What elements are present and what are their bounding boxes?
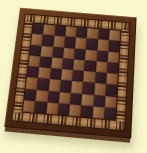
square-g4	[95, 72, 107, 84]
board-squares	[22, 22, 122, 121]
square-h2	[104, 96, 116, 109]
square-e3	[71, 81, 83, 93]
square-g3	[94, 83, 106, 95]
square-g1	[92, 106, 104, 119]
ornament-border	[11, 14, 130, 132]
square-h4	[106, 73, 118, 85]
square-e1	[69, 104, 82, 117]
square-h1	[104, 107, 116, 120]
square-e2	[70, 92, 82, 105]
board-frame	[4, 8, 136, 139]
photo-background	[0, 0, 147, 153]
square-f4	[83, 71, 95, 83]
square-e4	[72, 70, 84, 82]
square-h3	[105, 84, 117, 96]
square-f2	[81, 93, 93, 106]
square-g2	[93, 94, 105, 107]
square-f3	[82, 82, 94, 94]
chessboard	[4, 8, 136, 139]
square-f1	[81, 105, 93, 118]
